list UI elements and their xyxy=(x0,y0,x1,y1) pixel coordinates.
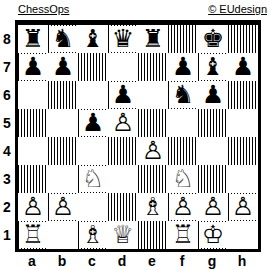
rank-label-2: 2 xyxy=(0,193,14,221)
square-c4[interactable] xyxy=(78,137,108,165)
square-b1[interactable] xyxy=(48,221,78,249)
square-h2[interactable]: ♙ xyxy=(228,193,258,221)
app-title: ChessOps xyxy=(18,2,69,16)
square-h3[interactable] xyxy=(228,165,258,193)
square-g2[interactable]: ♙ xyxy=(198,193,228,221)
square-a4[interactable] xyxy=(18,137,48,165)
piece-wp-b2[interactable]: ♙ xyxy=(50,194,76,220)
square-g5[interactable] xyxy=(198,109,228,137)
square-f4[interactable] xyxy=(168,137,198,165)
square-d3[interactable] xyxy=(108,165,138,193)
square-c5[interactable]: ♟ xyxy=(78,109,108,137)
square-f1[interactable]: ♖ xyxy=(168,221,198,249)
piece-wp-a2[interactable]: ♙ xyxy=(20,194,46,220)
square-a5[interactable] xyxy=(18,109,48,137)
square-b4[interactable] xyxy=(48,137,78,165)
square-g4[interactable] xyxy=(198,137,228,165)
square-h6[interactable] xyxy=(228,81,258,109)
square-d1[interactable]: ♕ xyxy=(108,221,138,249)
square-f8[interactable] xyxy=(168,25,198,53)
square-a6[interactable] xyxy=(18,81,48,109)
square-c3[interactable]: ♘ xyxy=(78,165,108,193)
piece-wr-f1[interactable]: ♖ xyxy=(170,222,196,248)
piece-bn-b8[interactable]: ♞ xyxy=(50,26,76,52)
rank-label-5: 5 xyxy=(0,109,14,137)
piece-wq-d1[interactable]: ♕ xyxy=(110,222,136,248)
square-g7[interactable]: ♝ xyxy=(198,53,228,81)
square-a1[interactable]: ♖ xyxy=(18,221,48,249)
piece-br-e8[interactable]: ♜ xyxy=(140,26,166,52)
square-f7[interactable]: ♟ xyxy=(168,53,198,81)
rank-label-4: 4 xyxy=(0,137,14,165)
square-c2[interactable] xyxy=(78,193,108,221)
piece-bp-g6[interactable]: ♟ xyxy=(200,82,226,108)
piece-wr-a1[interactable]: ♖ xyxy=(20,222,46,248)
piece-bp-c5[interactable]: ♟ xyxy=(80,110,106,136)
square-f3[interactable]: ♘ xyxy=(168,165,198,193)
file-label-c: c xyxy=(77,253,107,269)
square-c1[interactable]: ♗ xyxy=(78,221,108,249)
square-d5[interactable]: ♙ xyxy=(108,109,138,137)
square-e7[interactable] xyxy=(138,53,168,81)
square-b3[interactable] xyxy=(48,165,78,193)
square-h4[interactable] xyxy=(228,137,258,165)
square-e2[interactable]: ♗ xyxy=(138,193,168,221)
file-label-f: f xyxy=(167,253,197,269)
square-e4[interactable]: ♙ xyxy=(138,137,168,165)
square-a7[interactable]: ♟ xyxy=(18,53,48,81)
square-h7[interactable]: ♟ xyxy=(228,53,258,81)
piece-bp-d6[interactable]: ♟ xyxy=(110,82,136,108)
square-e1[interactable] xyxy=(138,221,168,249)
piece-bp-b7[interactable]: ♟ xyxy=(50,54,76,80)
square-h5[interactable] xyxy=(228,109,258,137)
square-g3[interactable] xyxy=(198,165,228,193)
square-d7[interactable] xyxy=(108,53,138,81)
piece-wp-e4[interactable]: ♙ xyxy=(140,138,166,164)
square-g6[interactable]: ♟ xyxy=(198,81,228,109)
square-e5[interactable] xyxy=(138,109,168,137)
copyright-notice: © EUdesign xyxy=(208,2,267,16)
square-b7[interactable]: ♟ xyxy=(48,53,78,81)
piece-bp-f7[interactable]: ♟ xyxy=(170,54,196,80)
square-c8[interactable]: ♝ xyxy=(78,25,108,53)
square-g1[interactable]: ♔ xyxy=(198,221,228,249)
square-e3[interactable] xyxy=(138,165,168,193)
file-label-e: e xyxy=(137,253,167,269)
square-e8[interactable]: ♜ xyxy=(138,25,168,53)
rank-label-7: 7 xyxy=(0,53,14,81)
piece-bp-a7[interactable]: ♟ xyxy=(20,54,46,80)
square-g8[interactable]: ♚ xyxy=(198,25,228,53)
square-e6[interactable] xyxy=(138,81,168,109)
square-d8[interactable]: ♛ xyxy=(108,25,138,53)
square-a8[interactable]: ♜ xyxy=(18,25,48,53)
square-a2[interactable]: ♙ xyxy=(18,193,48,221)
file-label-b: b xyxy=(47,253,77,269)
square-f6[interactable]: ♞ xyxy=(168,81,198,109)
piece-wk-g1[interactable]: ♔ xyxy=(200,222,226,248)
piece-wb-e2[interactable]: ♗ xyxy=(140,194,166,220)
piece-wb-c1[interactable]: ♗ xyxy=(80,222,106,248)
file-label-h: h xyxy=(227,253,257,269)
piece-br-a8[interactable]: ♜ xyxy=(20,26,46,52)
chess-board-frame: ♜♞♝♛♜♚♟♟♟♝♟♟♞♟♟♙♙♘♘♙♙♗♙♙♙♖♗♕♖♔ xyxy=(15,20,261,252)
square-c6[interactable] xyxy=(78,81,108,109)
piece-bb-c8[interactable]: ♝ xyxy=(80,26,106,52)
square-b2[interactable]: ♙ xyxy=(48,193,78,221)
chess-board: ♜♞♝♛♜♚♟♟♟♝♟♟♞♟♟♙♙♘♘♙♙♗♙♙♙♖♗♕♖♔ xyxy=(18,25,258,249)
piece-wn-c3[interactable]: ♘ xyxy=(80,166,106,192)
piece-wp-f2[interactable]: ♙ xyxy=(170,194,196,220)
piece-wp-d5[interactable]: ♙ xyxy=(110,110,136,136)
square-f2[interactable]: ♙ xyxy=(168,193,198,221)
file-label-d: d xyxy=(107,253,137,269)
file-label-a: a xyxy=(17,253,47,269)
piece-bp-h7[interactable]: ♟ xyxy=(230,54,256,80)
file-label-g: g xyxy=(197,253,227,269)
piece-wp-h2[interactable]: ♙ xyxy=(230,194,256,220)
piece-bb-g7[interactable]: ♝ xyxy=(200,54,226,80)
square-b8[interactable]: ♞ xyxy=(48,25,78,53)
rank-label-3: 3 xyxy=(0,165,14,193)
square-d2[interactable] xyxy=(108,193,138,221)
square-f5[interactable] xyxy=(168,109,198,137)
square-h1[interactable] xyxy=(228,221,258,249)
rank-label-6: 6 xyxy=(0,81,14,109)
square-c7[interactable] xyxy=(78,53,108,81)
square-d6[interactable]: ♟ xyxy=(108,81,138,109)
square-b5[interactable] xyxy=(48,109,78,137)
square-b6[interactable] xyxy=(48,81,78,109)
rank-label-8: 8 xyxy=(0,25,14,53)
rank-label-1: 1 xyxy=(0,221,14,249)
square-a3[interactable] xyxy=(18,165,48,193)
square-d4[interactable] xyxy=(108,137,138,165)
square-h8[interactable] xyxy=(228,25,258,53)
piece-bk-g8[interactable]: ♚ xyxy=(200,26,226,52)
piece-wp-g2[interactable]: ♙ xyxy=(200,194,226,220)
piece-bn-f6[interactable]: ♞ xyxy=(170,82,196,108)
piece-bq-d8[interactable]: ♛ xyxy=(110,26,136,52)
piece-wn-f3[interactable]: ♘ xyxy=(170,166,196,192)
